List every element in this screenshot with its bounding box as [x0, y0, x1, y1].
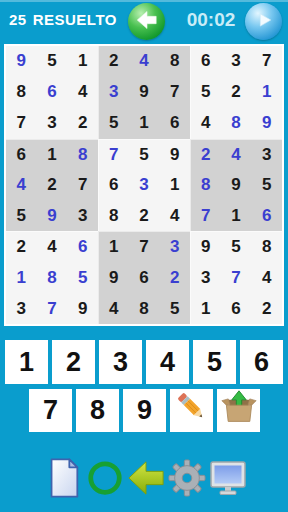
pencil-icon — [174, 389, 210, 432]
sudoku-cell-r6c6[interactable]: 4 — [159, 200, 190, 231]
sudoku-cell-r7c7[interactable]: 9 — [190, 231, 221, 262]
sudoku-cell-r2c9[interactable]: 1 — [251, 77, 282, 108]
sudoku-cell-r9c7[interactable]: 1 — [190, 293, 221, 324]
sudoku-cell-r7c8[interactable]: 5 — [221, 231, 252, 262]
sudoku-cell-r1c1[interactable]: 9 — [6, 46, 37, 77]
sudoku-cell-r4c2[interactable]: 1 — [37, 139, 68, 170]
back-arrow-icon — [135, 9, 159, 34]
sudoku-cell-r5c1[interactable]: 4 — [6, 170, 37, 201]
sudoku-cell-r6c9[interactable]: 6 — [251, 200, 282, 231]
sudoku-cell-r8c9[interactable]: 4 — [251, 262, 282, 293]
monitor-icon — [208, 458, 248, 501]
sudoku-cell-r3c9[interactable]: 9 — [251, 108, 282, 139]
sudoku-cell-r1c8[interactable]: 3 — [221, 46, 252, 77]
sudoku-cell-r5c5[interactable]: 3 — [129, 170, 160, 201]
sudoku-cell-r8c8[interactable]: 7 — [221, 262, 252, 293]
sudoku-cell-r4c8[interactable]: 4 — [221, 139, 252, 170]
pencil-button[interactable] — [170, 389, 213, 432]
key-8[interactable]: 8 — [76, 389, 119, 432]
top-bar: 25RESUELTO 00:02 — [0, 0, 288, 42]
play-button[interactable] — [245, 3, 282, 40]
sudoku-cell-r6c5[interactable]: 2 — [129, 200, 160, 231]
sudoku-cell-r9c2[interactable]: 7 — [37, 293, 68, 324]
sudoku-cell-r6c2[interactable]: 9 — [37, 200, 68, 231]
unbox-button[interactable] — [217, 389, 260, 432]
sudoku-cell-r7c9[interactable]: 8 — [251, 231, 282, 262]
sudoku-cell-r9c1[interactable]: 3 — [6, 293, 37, 324]
back-button[interactable] — [128, 3, 165, 40]
bottom-toolbar — [44, 455, 248, 503]
sudoku-cell-r8c6[interactable]: 2 — [159, 262, 190, 293]
sudoku-cell-r3c3[interactable]: 2 — [67, 108, 98, 139]
key-3[interactable]: 3 — [99, 340, 142, 384]
settings-gear-icon — [168, 459, 206, 500]
sudoku-cell-r8c3[interactable]: 5 — [67, 262, 98, 293]
sudoku-cell-r1c3[interactable]: 1 — [67, 46, 98, 77]
sudoku-cell-r2c3[interactable]: 4 — [67, 77, 98, 108]
sudoku-cell-r5c6[interactable]: 1 — [159, 170, 190, 201]
sudoku-cell-r9c5[interactable]: 8 — [129, 293, 160, 324]
sudoku-cell-r1c6[interactable]: 8 — [159, 46, 190, 77]
undo-arrow-button[interactable] — [126, 455, 166, 503]
sudoku-cell-r2c7[interactable]: 5 — [190, 77, 221, 108]
sudoku-cell-r1c9[interactable]: 7 — [251, 46, 282, 77]
sudoku-cell-r7c6[interactable]: 3 — [159, 231, 190, 262]
sudoku-cell-r5c7[interactable]: 8 — [190, 170, 221, 201]
sudoku-board-frame: 9512486378643975217325164896187592434276… — [4, 44, 284, 326]
sudoku-cell-r4c5[interactable]: 5 — [129, 139, 160, 170]
play-icon — [253, 9, 275, 34]
sudoku-cell-r7c1[interactable]: 2 — [6, 231, 37, 262]
unbox-icon — [221, 389, 257, 432]
status-label: RESUELTO — [33, 11, 117, 28]
sudoku-cell-r2c2[interactable]: 6 — [37, 77, 68, 108]
key-9[interactable]: 9 — [123, 389, 166, 432]
sudoku-cell-r3c1[interactable]: 7 — [6, 108, 37, 139]
new-page-icon — [48, 456, 80, 503]
sudoku-cell-r3c5[interactable]: 1 — [129, 108, 160, 139]
sudoku-cell-r3c7[interactable]: 4 — [190, 108, 221, 139]
settings-button[interactable] — [167, 455, 207, 503]
sudoku-cell-r6c1[interactable]: 5 — [6, 200, 37, 231]
sudoku-cell-r7c5[interactable]: 7 — [129, 231, 160, 262]
key-4[interactable]: 4 — [146, 340, 189, 384]
sudoku-cell-r4c6[interactable]: 9 — [159, 139, 190, 170]
sudoku-cell-r7c4[interactable]: 1 — [98, 231, 129, 262]
sudoku-cell-r7c2[interactable]: 4 — [37, 231, 68, 262]
key-1[interactable]: 1 — [5, 340, 48, 384]
circle-button[interactable] — [85, 455, 125, 503]
sudoku-cell-r8c4[interactable]: 9 — [98, 262, 129, 293]
undo-arrow-icon — [127, 459, 165, 500]
sudoku-cell-r5c9[interactable]: 5 — [251, 170, 282, 201]
sudoku-cell-r9c4[interactable]: 4 — [98, 293, 129, 324]
sudoku-cell-r9c6[interactable]: 5 — [159, 293, 190, 324]
new-page-button[interactable] — [44, 455, 84, 503]
sudoku-cell-r4c9[interactable]: 3 — [251, 139, 282, 170]
sudoku-cell-r2c6[interactable]: 7 — [159, 77, 190, 108]
sudoku-cell-r2c5[interactable]: 9 — [129, 77, 160, 108]
sudoku-cell-r7c3[interactable]: 6 — [67, 231, 98, 262]
sudoku-cell-r2c4[interactable]: 3 — [98, 77, 129, 108]
sudoku-cell-r3c6[interactable]: 6 — [159, 108, 190, 139]
sudoku-cell-r1c4[interactable]: 2 — [98, 46, 129, 77]
sudoku-cell-r6c8[interactable]: 1 — [221, 200, 252, 231]
sudoku-cell-r3c8[interactable]: 8 — [221, 108, 252, 139]
key-5[interactable]: 5 — [193, 340, 236, 384]
sudoku-cell-r5c4[interactable]: 6 — [98, 170, 129, 201]
timer: 00:02 — [180, 9, 242, 31]
key-2[interactable]: 2 — [52, 340, 95, 384]
sudoku-cell-r1c7[interactable]: 6 — [190, 46, 221, 77]
sudoku-cell-r9c9[interactable]: 2 — [251, 293, 282, 324]
key-6[interactable]: 6 — [240, 340, 283, 384]
sudoku-cell-r5c8[interactable]: 9 — [221, 170, 252, 201]
sudoku-cell-r6c4[interactable]: 8 — [98, 200, 129, 231]
sudoku-cell-r3c4[interactable]: 5 — [98, 108, 129, 139]
sudoku-cell-r4c4[interactable]: 7 — [98, 139, 129, 170]
solved-counter: 25 — [9, 11, 27, 28]
sudoku-cell-r6c7[interactable]: 7 — [190, 200, 221, 231]
sudoku-cell-r8c5[interactable]: 6 — [129, 262, 160, 293]
sudoku-cell-r2c8[interactable]: 2 — [221, 77, 252, 108]
sudoku-cell-r1c5[interactable]: 4 — [129, 46, 160, 77]
sudoku-board: 9512486378643975217325164896187592434276… — [6, 46, 282, 324]
sudoku-cell-r4c3[interactable]: 8 — [67, 139, 98, 170]
sudoku-app: 25RESUELTO 00:02 95124863786439752173251… — [0, 0, 288, 512]
sudoku-cell-r5c2[interactable]: 2 — [37, 170, 68, 201]
header-status: 25RESUELTO — [9, 11, 117, 28]
key-7[interactable]: 7 — [29, 389, 72, 432]
sudoku-cell-r6c3[interactable]: 3 — [67, 200, 98, 231]
sudoku-cell-r8c7[interactable]: 3 — [190, 262, 221, 293]
circle-icon — [86, 459, 124, 500]
sudoku-cell-r2c1[interactable]: 8 — [6, 77, 37, 108]
sudoku-cell-r1c2[interactable]: 5 — [37, 46, 68, 77]
sudoku-cell-r8c2[interactable]: 8 — [37, 262, 68, 293]
sudoku-cell-r3c2[interactable]: 3 — [37, 108, 68, 139]
sudoku-cell-r5c3[interactable]: 7 — [67, 170, 98, 201]
sudoku-cell-r9c3[interactable]: 9 — [67, 293, 98, 324]
sudoku-cell-r4c1[interactable]: 6 — [6, 139, 37, 170]
sudoku-cell-r8c1[interactable]: 1 — [6, 262, 37, 293]
monitor-button[interactable] — [208, 455, 248, 503]
sudoku-cell-r9c8[interactable]: 6 — [221, 293, 252, 324]
sudoku-cell-r4c7[interactable]: 2 — [190, 139, 221, 170]
